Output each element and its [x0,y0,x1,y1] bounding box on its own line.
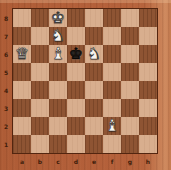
square-b7[interactable] [31,27,49,45]
square-a2[interactable] [13,117,31,135]
square-d7[interactable] [67,27,85,45]
square-h1[interactable] [139,135,157,153]
square-f5[interactable] [103,63,121,81]
piece-white-bishop[interactable]: ♝ [103,117,121,135]
square-b8[interactable] [31,9,49,27]
square-h5[interactable] [139,63,157,81]
rank-label-3: 3 [0,99,12,117]
square-a1[interactable] [13,135,31,153]
file-label-a: a [13,155,31,168]
square-g2[interactable] [121,117,139,135]
square-f2[interactable]: ♝ [103,117,121,135]
square-d5[interactable] [67,63,85,81]
piece-black-king[interactable]: ♚ [67,45,85,63]
square-b2[interactable] [31,117,49,135]
square-h8[interactable] [139,9,157,27]
file-label-c: c [49,155,67,168]
square-b5[interactable] [31,63,49,81]
square-d3[interactable] [67,99,85,117]
square-f1[interactable] [103,135,121,153]
square-a8[interactable] [13,9,31,27]
square-g3[interactable] [121,99,139,117]
piece-white-knight[interactable]: ♞ [85,45,103,63]
square-c2[interactable] [49,117,67,135]
square-c8[interactable]: ♚ [49,9,67,27]
square-f4[interactable] [103,81,121,99]
square-c5[interactable] [49,63,67,81]
square-g7[interactable] [121,27,139,45]
square-c1[interactable] [49,135,67,153]
square-d6[interactable]: ♚ [67,45,85,63]
square-f6[interactable] [103,45,121,63]
square-c4[interactable] [49,81,67,99]
square-e6[interactable]: ♞ [85,45,103,63]
square-h2[interactable] [139,117,157,135]
rank-label-5: 5 [0,63,12,81]
square-g5[interactable] [121,63,139,81]
square-b1[interactable] [31,135,49,153]
square-e4[interactable] [85,81,103,99]
square-h6[interactable] [139,45,157,63]
file-label-b: b [31,155,49,168]
square-a6[interactable]: ♛ [13,45,31,63]
square-g8[interactable] [121,9,139,27]
square-c7[interactable]: ♞ [49,27,67,45]
square-b3[interactable] [31,99,49,117]
square-d8[interactable] [67,9,85,27]
square-e5[interactable] [85,63,103,81]
square-g6[interactable] [121,45,139,63]
square-a3[interactable] [13,99,31,117]
square-b6[interactable] [31,45,49,63]
piece-white-knight[interactable]: ♞ [49,27,67,45]
square-g1[interactable] [121,135,139,153]
square-e7[interactable] [85,27,103,45]
square-f7[interactable] [103,27,121,45]
file-labels: abcdefgh [13,155,157,168]
square-h7[interactable] [139,27,157,45]
square-d4[interactable] [67,81,85,99]
square-f3[interactable] [103,99,121,117]
square-c3[interactable] [49,99,67,117]
square-h4[interactable] [139,81,157,99]
piece-white-bishop[interactable]: ♝ [49,45,67,63]
file-label-e: e [85,155,103,168]
rank-label-8: 8 [0,9,12,27]
piece-white-queen[interactable]: ♛ [13,45,31,63]
rank-label-1: 1 [0,135,12,153]
file-label-f: f [103,155,121,168]
piece-white-king[interactable]: ♚ [49,9,67,27]
rank-label-7: 7 [0,27,12,45]
chess-board-frame: 87654321 ♚♞♛♝♚♞♝ abcdefgh [0,0,171,170]
square-d1[interactable] [67,135,85,153]
square-a7[interactable] [13,27,31,45]
file-label-h: h [139,155,157,168]
square-e3[interactable] [85,99,103,117]
rank-label-6: 6 [0,45,12,63]
square-e2[interactable] [85,117,103,135]
file-label-d: d [67,155,85,168]
square-c6[interactable]: ♝ [49,45,67,63]
square-a4[interactable] [13,81,31,99]
rank-labels: 87654321 [0,9,12,153]
square-f8[interactable] [103,9,121,27]
square-b4[interactable] [31,81,49,99]
chess-board[interactable]: ♚♞♛♝♚♞♝ [12,8,158,154]
square-h3[interactable] [139,99,157,117]
square-a5[interactable] [13,63,31,81]
square-g4[interactable] [121,81,139,99]
rank-label-4: 4 [0,81,12,99]
square-e8[interactable] [85,9,103,27]
square-d2[interactable] [67,117,85,135]
rank-label-2: 2 [0,117,12,135]
file-label-g: g [121,155,139,168]
square-e1[interactable] [85,135,103,153]
